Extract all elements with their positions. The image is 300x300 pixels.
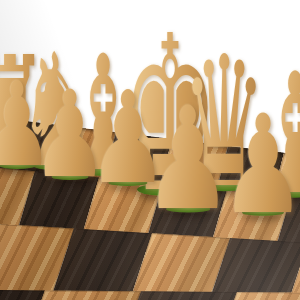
board-square	[0, 290, 45, 300]
chess-set-photo: ♜♞♝♚♛♝♟♟♟♟♟	[0, 0, 300, 300]
pawn-glyph: ♟	[144, 88, 233, 230]
pawn-glyph: ♟	[220, 97, 300, 233]
